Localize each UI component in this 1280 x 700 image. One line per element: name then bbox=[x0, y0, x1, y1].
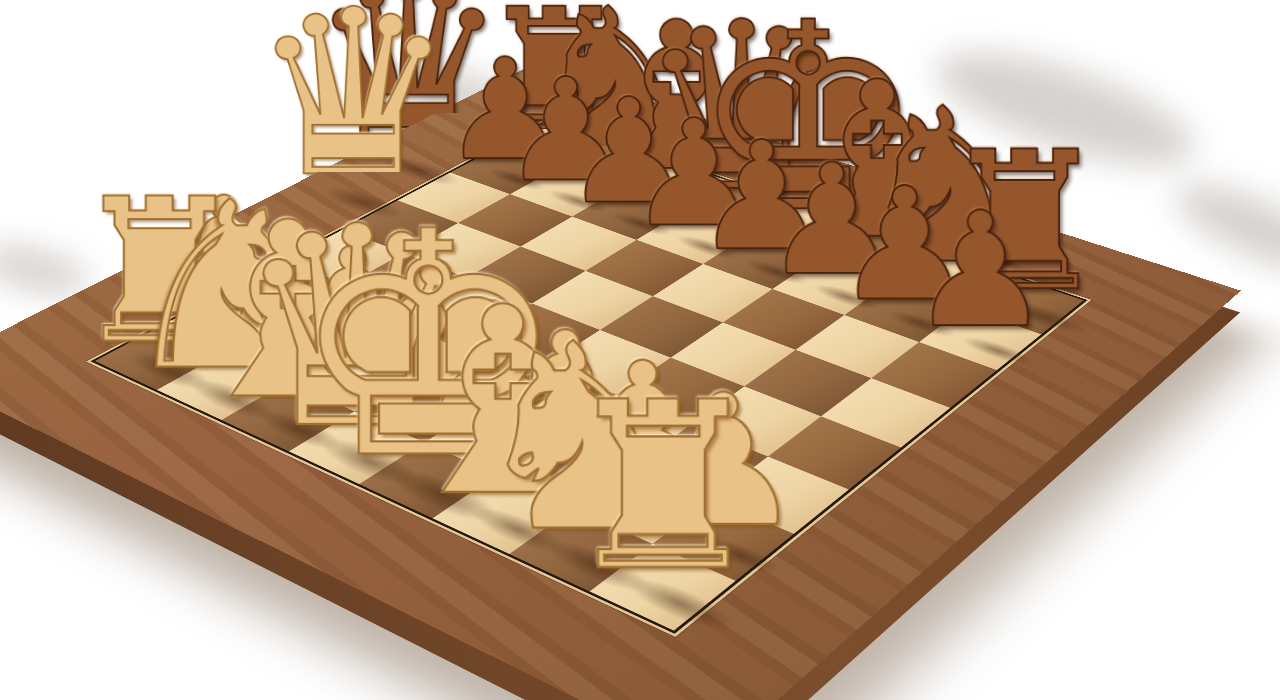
black-pawn-h7-glyph: ♟ bbox=[909, 190, 1051, 349]
backdrop-shadow bbox=[1166, 168, 1280, 287]
white-rook-h1-glyph: ♜ bbox=[559, 371, 766, 602]
chess-board: ♜♞♝♛♚♝♞♜♟♟♟♟♟♟♟♟♟♟♟♟♟♟♟♟♜♞♝♛♚♝♞♜♛♛ bbox=[0, 64, 1241, 700]
product-photo-scene: ♜♞♝♛♚♝♞♜♟♟♟♟♟♟♟♟♟♟♟♟♟♟♟♟♜♞♝♛♚♝♞♜♛♛ bbox=[0, 0, 1280, 700]
